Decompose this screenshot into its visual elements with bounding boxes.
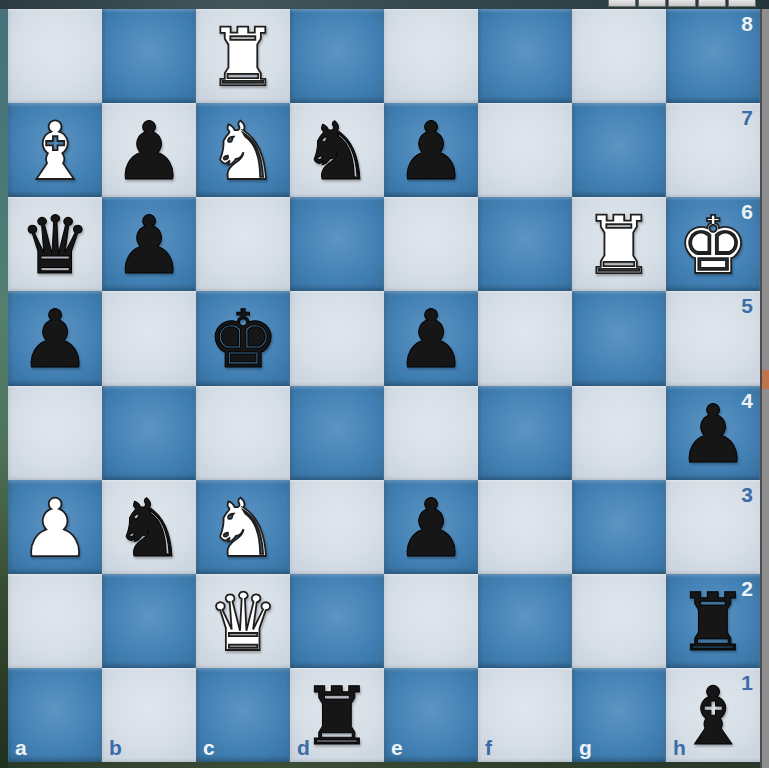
file-label-e: e <box>391 737 403 758</box>
piece-black-queen[interactable]: ♛ <box>19 206 91 286</box>
square-h8[interactable]: 8 <box>666 9 760 103</box>
square-b3[interactable]: ♞ <box>102 480 196 574</box>
square-c5[interactable]: ♚ <box>196 291 290 385</box>
square-f4[interactable] <box>478 386 572 480</box>
square-f2[interactable] <box>478 574 572 668</box>
rank-label-4: 4 <box>741 390 753 411</box>
file-label-f: f <box>485 737 492 758</box>
square-g4[interactable] <box>572 386 666 480</box>
square-a3[interactable]: ♟ <box>8 480 102 574</box>
chess-board[interactable]: ♜8♝♟♞♞♟7♛♟♜♚6♟♚♟5♟4♟♞♞♟3♛♜2abc♜defg♝1h <box>8 9 760 762</box>
square-f1[interactable]: f <box>478 668 572 762</box>
square-f5[interactable] <box>478 291 572 385</box>
square-b7[interactable]: ♟ <box>102 103 196 197</box>
square-d2[interactable] <box>290 574 384 668</box>
square-d1[interactable]: ♜d <box>290 668 384 762</box>
toolbar-buttons <box>608 0 756 8</box>
piece-white-knight[interactable]: ♞ <box>207 112 279 192</box>
square-a1[interactable]: a <box>8 668 102 762</box>
background-ground-strip <box>8 762 760 768</box>
file-label-b: b <box>109 737 122 758</box>
scrollbar-accent <box>762 370 769 389</box>
rank-label-7: 7 <box>741 107 753 128</box>
square-g7[interactable] <box>572 103 666 197</box>
square-c6[interactable] <box>196 197 290 291</box>
piece-white-king[interactable]: ♚ <box>677 206 749 286</box>
square-g5[interactable] <box>572 291 666 385</box>
square-d6[interactable] <box>290 197 384 291</box>
toolbar-button[interactable] <box>728 0 756 7</box>
right-scrollbar-strip[interactable] <box>760 9 769 768</box>
square-c3[interactable]: ♞ <box>196 480 290 574</box>
square-h6[interactable]: ♚6 <box>666 197 760 291</box>
square-b8[interactable] <box>102 9 196 103</box>
piece-black-pawn[interactable]: ♟ <box>395 300 467 380</box>
square-c1[interactable]: c <box>196 668 290 762</box>
toolbar-button[interactable] <box>668 0 696 7</box>
square-h5[interactable]: 5 <box>666 291 760 385</box>
file-label-d: d <box>297 737 310 758</box>
square-a2[interactable] <box>8 574 102 668</box>
background-left-strip <box>0 9 8 768</box>
square-b6[interactable]: ♟ <box>102 197 196 291</box>
piece-black-pawn[interactable]: ♟ <box>677 395 749 475</box>
square-c8[interactable]: ♜ <box>196 9 290 103</box>
piece-white-knight[interactable]: ♞ <box>207 489 279 569</box>
square-a7[interactable]: ♝ <box>8 103 102 197</box>
rank-label-2: 2 <box>741 578 753 599</box>
file-label-h: h <box>673 737 686 758</box>
square-f7[interactable] <box>478 103 572 197</box>
square-a5[interactable]: ♟ <box>8 291 102 385</box>
piece-white-pawn[interactable]: ♟ <box>19 489 91 569</box>
piece-black-bishop[interactable]: ♝ <box>677 677 749 757</box>
piece-black-king[interactable]: ♚ <box>207 300 279 380</box>
square-h7[interactable]: 7 <box>666 103 760 197</box>
piece-black-pawn[interactable]: ♟ <box>113 112 185 192</box>
square-c7[interactable]: ♞ <box>196 103 290 197</box>
square-b4[interactable] <box>102 386 196 480</box>
square-a8[interactable] <box>8 9 102 103</box>
square-e5[interactable]: ♟ <box>384 291 478 385</box>
square-d3[interactable] <box>290 480 384 574</box>
square-e6[interactable] <box>384 197 478 291</box>
piece-black-knight[interactable]: ♞ <box>301 112 373 192</box>
rank-label-6: 6 <box>741 201 753 222</box>
square-a6[interactable]: ♛ <box>8 197 102 291</box>
piece-black-pawn[interactable]: ♟ <box>395 489 467 569</box>
toolbar-button[interactable] <box>638 0 666 7</box>
app-window: ♜8♝♟♞♞♟7♛♟♜♚6♟♚♟5♟4♟♞♞♟3♛♜2abc♜defg♝1h <box>0 0 769 768</box>
square-h4[interactable]: ♟4 <box>666 386 760 480</box>
square-g6[interactable]: ♜ <box>572 197 666 291</box>
piece-black-knight[interactable]: ♞ <box>113 489 185 569</box>
square-d5[interactable] <box>290 291 384 385</box>
square-e2[interactable] <box>384 574 478 668</box>
file-label-c: c <box>203 737 215 758</box>
square-h3[interactable]: 3 <box>666 480 760 574</box>
piece-white-rook[interactable]: ♜ <box>583 206 655 286</box>
piece-black-pawn[interactable]: ♟ <box>113 206 185 286</box>
square-g8[interactable] <box>572 9 666 103</box>
square-c2[interactable]: ♛ <box>196 574 290 668</box>
file-label-a: a <box>15 737 27 758</box>
square-f6[interactable] <box>478 197 572 291</box>
square-b5[interactable] <box>102 291 196 385</box>
square-g3[interactable] <box>572 480 666 574</box>
square-g1[interactable]: g <box>572 668 666 762</box>
file-label-g: g <box>579 737 592 758</box>
square-g2[interactable] <box>572 574 666 668</box>
piece-black-pawn[interactable]: ♟ <box>19 300 91 380</box>
toolbar-button[interactable] <box>608 0 636 7</box>
square-b2[interactable] <box>102 574 196 668</box>
square-e4[interactable] <box>384 386 478 480</box>
square-d7[interactable]: ♞ <box>290 103 384 197</box>
rank-label-8: 8 <box>741 13 753 34</box>
square-h1[interactable]: ♝1h <box>666 668 760 762</box>
rank-label-5: 5 <box>741 295 753 316</box>
square-f3[interactable] <box>478 480 572 574</box>
square-e7[interactable]: ♟ <box>384 103 478 197</box>
piece-white-rook[interactable]: ♜ <box>207 18 279 98</box>
rank-label-1: 1 <box>741 672 753 693</box>
square-b1[interactable]: b <box>102 668 196 762</box>
piece-black-rook[interactable]: ♜ <box>677 583 749 663</box>
square-e1[interactable]: e <box>384 668 478 762</box>
square-d8[interactable] <box>290 9 384 103</box>
toolbar-button[interactable] <box>698 0 726 7</box>
square-e8[interactable] <box>384 9 478 103</box>
piece-black-pawn[interactable]: ♟ <box>395 112 467 192</box>
square-d4[interactable] <box>290 386 384 480</box>
square-c4[interactable] <box>196 386 290 480</box>
piece-white-bishop[interactable]: ♝ <box>19 112 91 192</box>
square-a4[interactable] <box>8 386 102 480</box>
background-sky-strip <box>0 0 769 9</box>
piece-black-rook[interactable]: ♜ <box>301 677 373 757</box>
square-f8[interactable] <box>478 9 572 103</box>
rank-label-3: 3 <box>741 484 753 505</box>
square-e3[interactable]: ♟ <box>384 480 478 574</box>
square-h2[interactable]: ♜2 <box>666 574 760 668</box>
piece-white-queen[interactable]: ♛ <box>207 583 279 663</box>
